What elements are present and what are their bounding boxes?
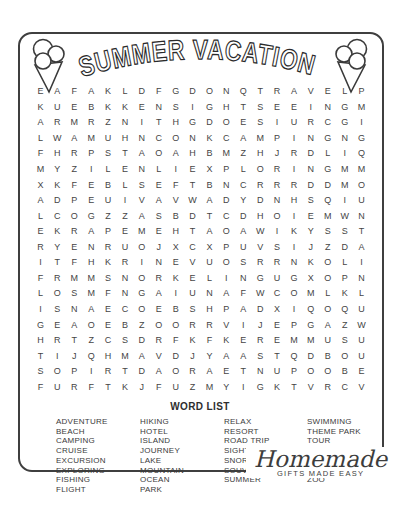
grid-cell-r19c13: T (235, 364, 252, 380)
grid-cell-r16c10: R (184, 317, 201, 333)
grid-cell-r6c11: X (201, 162, 218, 178)
grid-cell-r8c4: E (83, 193, 100, 209)
grid-cell-r20c14: G (252, 379, 269, 395)
grid-cell-r18c9: D (167, 348, 184, 364)
grid-cell-r1c2: A (49, 84, 66, 100)
grid-cell-r3c15: I (269, 115, 286, 131)
word-list-item: OCEAN (140, 475, 184, 485)
grid-cell-r16c8: O (150, 317, 167, 333)
grid-cell-r11c4: N (83, 240, 100, 256)
grid-cell-r1c10: D (184, 84, 201, 100)
grid-cell-r4c19: N (336, 131, 353, 147)
grid-cell-r6c14: O (252, 162, 269, 178)
grid-cell-r2c12: H (218, 100, 235, 116)
grid-cell-r4c20: G (353, 131, 370, 147)
grid-cell-r10c6: E (116, 224, 133, 240)
grid-cell-r2c13: T (235, 100, 252, 116)
grid-cell-r14c13: F (235, 286, 252, 302)
grid-cell-r4c9: O (167, 131, 184, 147)
grid-cell-r3c1: A (32, 115, 49, 131)
word-list-item: RESORT (224, 427, 281, 437)
grid-cell-r4c15: P (269, 131, 286, 147)
word-list-item: JOURNEY (140, 446, 184, 456)
grid-cell-r9c17: E (302, 208, 319, 224)
logo-brand-text: Homemade (254, 447, 387, 471)
word-list-item: FISHING (56, 475, 108, 485)
grid-cell-r8c3: P (66, 193, 83, 209)
grid-cell-r5c6: T (116, 146, 133, 162)
grid-cell-r3c10: G (184, 115, 201, 131)
grid-cell-r6c2: Y (49, 162, 66, 178)
grid-cell-r4c6: H (116, 131, 133, 147)
word-list-item: ISLAND (140, 436, 184, 446)
grid-cell-r10c5: P (100, 224, 117, 240)
grid-cell-r8c8: A (150, 193, 167, 209)
grid-cell-r10c17: Y (302, 224, 319, 240)
grid-cell-r1c15: R (269, 84, 286, 100)
grid-cell-r18c20: U (353, 348, 370, 364)
grid-cell-r20c16: T (285, 379, 302, 395)
grid-cell-r12c19: L (336, 255, 353, 271)
grid-cell-r14c7: G (133, 286, 150, 302)
word-list-column-1: ADVENTUREBEACHCAMPINGCRUISEEXCURSIONEXPL… (56, 417, 108, 495)
grid-cell-r9c6: Z (116, 208, 133, 224)
grid-cell-r5c10: H (184, 146, 201, 162)
grid-cell-r16c9: O (167, 317, 184, 333)
grid-cell-r11c10: C (184, 240, 201, 256)
grid-cell-r9c1: L (32, 208, 49, 224)
grid-cell-r12c13: S (235, 255, 252, 271)
grid-cell-r7c9: F (167, 177, 184, 193)
grid-cell-r4c8: C (150, 131, 167, 147)
grid-cell-r6c20: M (353, 162, 370, 178)
grid-cell-r16c14: J (252, 317, 269, 333)
grid-cell-r13c17: X (302, 271, 319, 287)
grid-cell-r3c6: N (116, 115, 133, 131)
grid-cell-r11c5: R (100, 240, 117, 256)
grid-cell-r15c9: B (167, 302, 184, 318)
grid-cell-r20c13: I (235, 379, 252, 395)
grid-cell-r12c11: U (201, 255, 218, 271)
grid-cell-r6c3: Z (66, 162, 83, 178)
grid-cell-r14c2: O (49, 286, 66, 302)
grid-cell-r16c13: I (235, 317, 252, 333)
grid-cell-r14c3: S (66, 286, 83, 302)
grid-cell-r20c7: J (133, 379, 150, 395)
grid-cell-r8c14: D (252, 193, 269, 209)
grid-cell-r1c6: L (116, 84, 133, 100)
grid-cell-r6c17: N (302, 162, 319, 178)
grid-cell-r1c7: D (133, 84, 150, 100)
grid-cell-r14c19: K (336, 286, 353, 302)
grid-cell-r2c3: E (66, 100, 83, 116)
grid-cell-r6c18: G (319, 162, 336, 178)
grid-cell-r20c11: M (201, 379, 218, 395)
grid-cell-r15c4: A (83, 302, 100, 318)
grid-cell-r15c2: S (49, 302, 66, 318)
grid-cell-r17c8: R (150, 333, 167, 349)
grid-cell-r11c3: E (66, 240, 83, 256)
grid-cell-r9c10: D (184, 208, 201, 224)
grid-cell-r18c14: S (252, 348, 269, 364)
grid-cell-r5c2: H (49, 146, 66, 162)
grid-cell-r10c3: R (66, 224, 83, 240)
grid-cell-r10c18: S (319, 224, 336, 240)
grid-cell-r6c4: I (83, 162, 100, 178)
grid-cell-r16c17: G (302, 317, 319, 333)
grid-cell-r8c1: A (32, 193, 49, 209)
word-list-item: CAMPING (56, 436, 108, 446)
word-list-item: PARK (140, 485, 184, 495)
word-list-item: THEME PARK (307, 427, 361, 437)
grid-cell-r16c18: A (319, 317, 336, 333)
grid-cell-r5c4: P (83, 146, 100, 162)
grid-cell-r11c20: A (353, 240, 370, 256)
grid-cell-r20c15: K (269, 379, 286, 395)
grid-cell-r19c17: O (302, 364, 319, 380)
grid-cell-r14c17: M (302, 286, 319, 302)
grid-cell-r7c4: E (83, 177, 100, 193)
grid-cell-r14c20: L (353, 286, 370, 302)
grid-cell-r11c7: O (133, 240, 150, 256)
word-list-heading: WORD LIST (0, 401, 400, 412)
grid-cell-r17c7: D (133, 333, 150, 349)
grid-cell-r18c17: D (302, 348, 319, 364)
grid-cell-r16c11: R (201, 317, 218, 333)
grid-cell-r5c14: H (252, 146, 269, 162)
grid-cell-r7c11: B (201, 177, 218, 193)
grid-cell-r9c3: O (66, 208, 83, 224)
grid-cell-r16c7: Z (133, 317, 150, 333)
grid-cell-r2c15: E (269, 100, 286, 116)
worksheet-page: SUMMER VACATION EAFAKLDFGDONQTRAVELPKUEB… (0, 0, 400, 518)
grid-cell-r15c16: I (285, 302, 302, 318)
grid-cell-r17c2: R (49, 333, 66, 349)
grid-cell-r19c12: E (218, 364, 235, 380)
grid-cell-r18c8: V (150, 348, 167, 364)
grid-cell-r14c18: L (319, 286, 336, 302)
grid-cell-r10c12: O (218, 224, 235, 240)
grid-cell-r10c19: S (336, 224, 353, 240)
grid-cell-r3c20: I (353, 115, 370, 131)
grid-cell-r3c13: E (235, 115, 252, 131)
grid-cell-r15c15: X (269, 302, 286, 318)
grid-cell-r14c1: L (32, 286, 49, 302)
grid-cell-r9c13: D (235, 208, 252, 224)
grid-cell-r18c12: A (218, 348, 235, 364)
grid-cell-r3c3: M (66, 115, 83, 131)
grid-cell-r7c17: D (302, 177, 319, 193)
grid-cell-r20c5: T (100, 379, 117, 395)
grid-cell-r5c13: Z (235, 146, 252, 162)
grid-cell-r17c5: C (100, 333, 117, 349)
grid-cell-r18c18: B (319, 348, 336, 364)
grid-cell-r6c1: M (32, 162, 49, 178)
grid-cell-r8c12: D (218, 193, 235, 209)
grid-cell-r20c4: F (83, 379, 100, 395)
grid-cell-r6c19: M (336, 162, 353, 178)
grid-cell-r7c10: T (184, 177, 201, 193)
grid-cell-r12c6: R (116, 255, 133, 271)
grid-cell-r11c19: D (336, 240, 353, 256)
grid-cell-r12c8: N (150, 255, 167, 271)
grid-cell-r20c17: V (302, 379, 319, 395)
grid-cell-r18c15: T (269, 348, 286, 364)
grid-cell-r12c20: I (353, 255, 370, 271)
grid-cell-r17c13: E (235, 333, 252, 349)
grid-cell-r15c10: S (184, 302, 201, 318)
grid-cell-r1c16: A (285, 84, 302, 100)
grid-cell-r4c3: A (66, 131, 83, 147)
grid-cell-r17c20: U (353, 333, 370, 349)
grid-cell-r10c15: I (269, 224, 286, 240)
grid-cell-r8c9: V (167, 193, 184, 209)
puzzle-title: SUMMER VACATION (78, 33, 322, 85)
grid-cell-r5c5: S (100, 146, 117, 162)
grid-cell-r20c1: F (32, 379, 49, 395)
grid-cell-r12c9: E (167, 255, 184, 271)
grid-cell-r3c5: Z (100, 115, 117, 131)
grid-cell-r12c4: H (83, 255, 100, 271)
grid-cell-r17c19: S (336, 333, 353, 349)
grid-cell-r1c9: G (167, 84, 184, 100)
grid-cell-r1c4: A (83, 84, 100, 100)
grid-cell-r17c12: K (218, 333, 235, 349)
grid-cell-r2c19: G (336, 100, 353, 116)
grid-cell-r14c11: N (201, 286, 218, 302)
grid-cell-r7c12: N (218, 177, 235, 193)
grid-cell-r12c1: I (32, 255, 49, 271)
grid-cell-r4c12: C (218, 131, 235, 147)
grid-cell-r13c18: O (319, 271, 336, 287)
grid-cell-r1c17: V (302, 84, 319, 100)
grid-cell-r20c3: R (66, 379, 83, 395)
grid-cell-r12c3: F (66, 255, 83, 271)
grid-cell-r17c10: K (184, 333, 201, 349)
grid-cell-r11c9: X (167, 240, 184, 256)
grid-cell-r2c4: B (83, 100, 100, 116)
grid-cell-r4c13: A (235, 131, 252, 147)
grid-cell-r8c20: U (353, 193, 370, 209)
grid-cell-r2c14: S (252, 100, 269, 116)
grid-cell-r5c9: A (167, 146, 184, 162)
grid-cell-r10c16: K (285, 224, 302, 240)
grid-cell-r19c18: O (319, 364, 336, 380)
grid-cell-r8c13: Y (235, 193, 252, 209)
grid-cell-r18c7: A (133, 348, 150, 364)
grid-cell-r16c5: E (100, 317, 117, 333)
grid-cell-r7c15: R (269, 177, 286, 193)
grid-cell-r4c7: N (133, 131, 150, 147)
word-list-item: BEACH (56, 427, 108, 437)
grid-cell-r8c16: H (285, 193, 302, 209)
grid-cell-r11c2: Y (49, 240, 66, 256)
grid-cell-r5c20: Q (353, 146, 370, 162)
grid-cell-r11c11: X (201, 240, 218, 256)
grid-cell-r4c11: K (201, 131, 218, 147)
grid-cell-r1c13: Q (235, 84, 252, 100)
grid-cell-r18c2: I (49, 348, 66, 364)
grid-cell-r2c9: S (167, 100, 184, 116)
grid-cell-r14c8: A (150, 286, 167, 302)
grid-cell-r5c7: A (133, 146, 150, 162)
grid-cell-r9c4: G (83, 208, 100, 224)
grid-cell-r8c2: D (49, 193, 66, 209)
grid-cell-r10c20: T (353, 224, 370, 240)
grid-cell-r17c18: U (319, 333, 336, 349)
word-list-item: FLIGHT (56, 485, 108, 495)
grid-cell-r1c8: F (150, 84, 167, 100)
grid-cell-r3c8: T (150, 115, 167, 131)
word-list-item: HIKING (140, 417, 184, 427)
grid-cell-r17c15: E (269, 333, 286, 349)
grid-cell-r17c1: H (32, 333, 49, 349)
grid-cell-r19c19: B (336, 364, 353, 380)
grid-cell-r20c10: Z (184, 379, 201, 395)
grid-cell-r8c11: A (201, 193, 218, 209)
grid-cell-r13c15: U (269, 271, 286, 287)
grid-cell-r5c17: D (302, 146, 319, 162)
grid-cell-r4c5: U (100, 131, 117, 147)
grid-cell-r6c13: L (235, 162, 252, 178)
grid-cell-r13c6: N (116, 271, 133, 287)
grid-cell-r15c18: O (319, 302, 336, 318)
grid-cell-r5c15: J (269, 146, 286, 162)
grid-cell-r11c12: P (218, 240, 235, 256)
word-search-grid: EAFAKLDFGDONQTRAVELPKUEBKKENSIGHTSEEINGM… (32, 84, 370, 395)
grid-cell-r7c3: F (66, 177, 83, 193)
grid-cell-r13c4: M (83, 271, 100, 287)
grid-cell-r7c1: X (32, 177, 49, 193)
grid-cell-r5c11: B (201, 146, 218, 162)
grid-cell-r19c9: O (167, 364, 184, 380)
word-list-item: RELAX (224, 417, 281, 427)
grid-cell-r13c12: I (218, 271, 235, 287)
grid-cell-r17c3: T (66, 333, 83, 349)
grid-cell-r14c15: C (269, 286, 286, 302)
grid-cell-r14c12: A (218, 286, 235, 302)
grid-cell-r9c11: T (201, 208, 218, 224)
grid-cell-r2c16: E (285, 100, 302, 116)
grid-cell-r18c19: O (336, 348, 353, 364)
word-list-item: LAKE (140, 456, 184, 466)
grid-cell-r5c12: M (218, 146, 235, 162)
grid-cell-r20c2: U (49, 379, 66, 395)
grid-cell-r19c2: O (49, 364, 66, 380)
grid-cell-r8c10: W (184, 193, 201, 209)
grid-cell-r6c12: P (218, 162, 235, 178)
grid-cell-r10c11: A (201, 224, 218, 240)
grid-cell-r2c10: I (184, 100, 201, 116)
publisher-logo: Homemade GIFTS MADE EASY (246, 447, 395, 478)
grid-cell-r11c17: J (302, 240, 319, 256)
grid-cell-r16c4: O (83, 317, 100, 333)
grid-cell-r1c19: L (336, 84, 353, 100)
grid-cell-r16c2: E (49, 317, 66, 333)
grid-cell-r8c19: I (336, 193, 353, 209)
grid-cell-r3c11: D (201, 115, 218, 131)
grid-cell-r15c12: P (218, 302, 235, 318)
grid-cell-r14c9: I (167, 286, 184, 302)
grid-cell-r20c8: F (150, 379, 167, 395)
grid-cell-r12c17: K (302, 255, 319, 271)
grid-cell-r15c8: E (150, 302, 167, 318)
grid-cell-r10c4: A (83, 224, 100, 240)
grid-cell-r9c2: C (49, 208, 66, 224)
grid-cell-r9c5: Z (100, 208, 117, 224)
grid-cell-r4c18: G (319, 131, 336, 147)
grid-cell-r12c12: O (218, 255, 235, 271)
grid-cell-r13c13: N (235, 271, 252, 287)
grid-cell-r17c4: Z (83, 333, 100, 349)
grid-cell-r2c6: K (116, 100, 133, 116)
word-list-item: ROAD TRIP (224, 436, 281, 446)
grid-cell-r11c14: V (252, 240, 269, 256)
grid-cell-r20c18: R (319, 379, 336, 395)
grid-cell-r2c1: K (32, 100, 49, 116)
grid-cell-r2c20: M (353, 100, 370, 116)
grid-cell-r13c8: R (150, 271, 167, 287)
grid-cell-r19c1: S (32, 364, 49, 380)
grid-cell-r13c7: O (133, 271, 150, 287)
word-list-item: EXPLORING (56, 466, 108, 476)
grid-cell-r3c9: H (167, 115, 184, 131)
grid-cell-r10c10: T (184, 224, 201, 240)
grid-cell-r15c6: C (116, 302, 133, 318)
grid-cell-r2c18: N (319, 100, 336, 116)
grid-cell-r7c13: C (235, 177, 252, 193)
grid-cell-r15c17: Q (302, 302, 319, 318)
word-list-item: CRUISE (56, 446, 108, 456)
grid-cell-r3c18: C (319, 115, 336, 131)
grid-cell-r11c13: U (235, 240, 252, 256)
grid-cell-r1c14: T (252, 84, 269, 100)
grid-cell-r8c5: U (100, 193, 117, 209)
grid-cell-r15c11: H (201, 302, 218, 318)
grid-cell-r13c19: P (336, 271, 353, 287)
grid-cell-r5c16: R (285, 146, 302, 162)
grid-cell-r7c2: K (49, 177, 66, 193)
grid-cell-r10c2: K (49, 224, 66, 240)
grid-cell-r6c15: R (269, 162, 286, 178)
grid-cell-r20c19: C (336, 379, 353, 395)
grid-cell-r13c5: S (100, 271, 117, 287)
grid-cell-r4c14: M (252, 131, 269, 147)
grid-cell-r3c4: R (83, 115, 100, 131)
grid-cell-r20c12: Y (218, 379, 235, 395)
grid-cell-r18c4: Q (83, 348, 100, 364)
grid-cell-r3c7: I (133, 115, 150, 131)
grid-cell-r17c6: S (116, 333, 133, 349)
grid-cell-r9c7: A (133, 208, 150, 224)
grid-cell-r2c17: I (302, 100, 319, 116)
grid-cell-r13c11: L (201, 271, 218, 287)
grid-cell-r12c18: O (319, 255, 336, 271)
grid-cell-r1c20: P (353, 84, 370, 100)
grid-cell-r14c4: M (83, 286, 100, 302)
grid-cell-r13c9: K (167, 271, 184, 287)
grid-cell-r14c6: N (116, 286, 133, 302)
grid-cell-r17c14: R (252, 333, 269, 349)
grid-cell-r7c7: S (133, 177, 150, 193)
grid-cell-r20c9: U (167, 379, 184, 395)
grid-cell-r7c8: E (150, 177, 167, 193)
grid-cell-r18c16: Q (285, 348, 302, 364)
grid-cell-r7c20: O (353, 177, 370, 193)
grid-cell-r6c8: L (150, 162, 167, 178)
grid-cell-r13c2: R (49, 271, 66, 287)
grid-cell-r19c3: P (66, 364, 83, 380)
